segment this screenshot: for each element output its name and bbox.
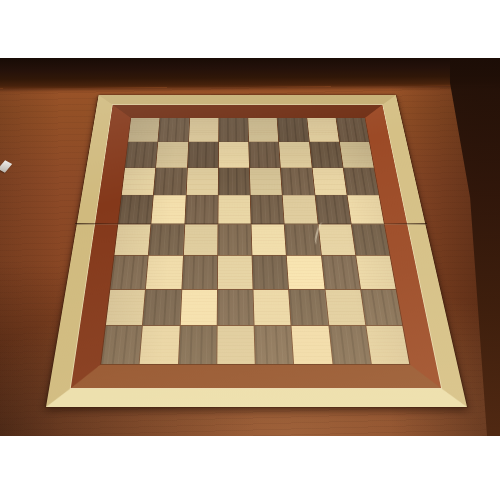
square-a8[interactable] — [128, 118, 159, 142]
square-c2[interactable] — [180, 289, 217, 325]
square-f8[interactable] — [278, 118, 309, 142]
square-h6[interactable] — [343, 168, 378, 195]
square-e3[interactable] — [252, 256, 288, 289]
square-d5[interactable] — [218, 195, 250, 224]
screenshot — [0, 0, 500, 500]
square-e7[interactable] — [249, 142, 280, 167]
board-grid — [101, 118, 409, 364]
table-back-edge-shadow — [0, 58, 500, 89]
square-f5[interactable] — [283, 195, 317, 224]
square-g3[interactable] — [321, 256, 359, 289]
fold-seam — [75, 223, 427, 225]
square-c4[interactable] — [183, 224, 217, 255]
square-d8[interactable] — [219, 118, 248, 142]
square-b7[interactable] — [156, 142, 188, 167]
square-c7[interactable] — [187, 142, 218, 167]
square-a6[interactable] — [122, 168, 156, 195]
square-a1[interactable] — [101, 326, 142, 364]
square-h2[interactable] — [361, 289, 402, 325]
photo-of-chessboard — [0, 58, 500, 436]
square-c8[interactable] — [189, 118, 219, 142]
square-e8[interactable] — [248, 118, 278, 142]
square-g1[interactable] — [329, 326, 371, 364]
square-b1[interactable] — [140, 326, 179, 364]
square-d1[interactable] — [217, 326, 255, 364]
square-b4[interactable] — [149, 224, 184, 255]
board-mahogany-border — [71, 105, 441, 388]
square-e6[interactable] — [250, 168, 282, 195]
square-e1[interactable] — [255, 326, 294, 364]
chessboard-plane — [46, 95, 467, 407]
board-outer-frame — [46, 95, 467, 407]
square-b2[interactable] — [143, 289, 181, 325]
square-b6[interactable] — [154, 168, 187, 195]
square-c3[interactable] — [182, 256, 217, 289]
square-c6[interactable] — [186, 168, 218, 195]
square-d4[interactable] — [218, 224, 252, 255]
square-f7[interactable] — [279, 142, 311, 167]
square-a3[interactable] — [110, 256, 148, 289]
square-b5[interactable] — [152, 195, 186, 224]
square-b3[interactable] — [146, 256, 182, 289]
square-e5[interactable] — [251, 195, 284, 224]
square-a4[interactable] — [114, 224, 150, 255]
square-e4[interactable] — [251, 224, 286, 255]
square-a7[interactable] — [125, 142, 158, 167]
square-g8[interactable] — [307, 118, 339, 142]
square-d2[interactable] — [217, 289, 253, 325]
square-h5[interactable] — [347, 195, 384, 224]
square-h7[interactable] — [340, 142, 374, 167]
square-g6[interactable] — [312, 168, 346, 195]
square-d7[interactable] — [219, 142, 249, 167]
square-e2[interactable] — [253, 289, 290, 325]
square-c5[interactable] — [185, 195, 218, 224]
square-f3[interactable] — [287, 256, 324, 289]
square-c1[interactable] — [178, 326, 216, 364]
square-a2[interactable] — [106, 289, 145, 325]
square-g5[interactable] — [315, 195, 351, 224]
square-h3[interactable] — [356, 256, 396, 289]
square-h1[interactable] — [366, 326, 409, 364]
square-d6[interactable] — [218, 168, 249, 195]
square-f2[interactable] — [289, 289, 328, 325]
square-g7[interactable] — [309, 142, 342, 167]
square-d3[interactable] — [218, 256, 253, 289]
square-b8[interactable] — [158, 118, 189, 142]
square-g2[interactable] — [325, 289, 365, 325]
chessboard — [37, 96, 467, 407]
square-f6[interactable] — [281, 168, 314, 195]
square-f1[interactable] — [292, 326, 332, 364]
square-h4[interactable] — [351, 224, 389, 255]
square-a5[interactable] — [118, 195, 153, 224]
square-h8[interactable] — [336, 118, 369, 142]
